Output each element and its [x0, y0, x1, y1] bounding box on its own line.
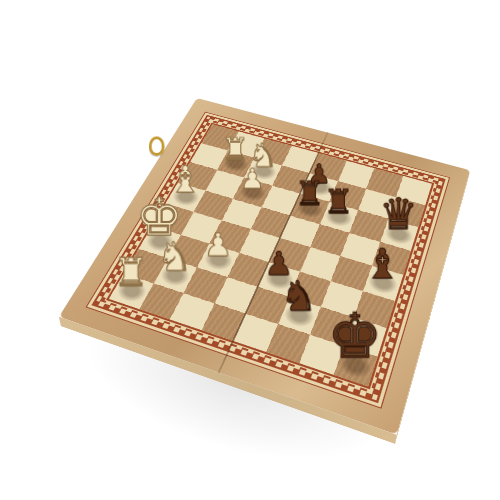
- playing-field: ♜♞♟♝♚♟♞♜♟♜♜♛♝♟♞♚: [109, 124, 432, 386]
- mosaic-border: ♜♞♟♝♚♟♞♜♟♜♜♛♝♟♞♚: [87, 113, 449, 408]
- piece-white-rook-a1: ♜: [113, 253, 148, 292]
- product-photo-canvas: ♜♞♟♝♚♟♞♜♟♜♜♛♝♟♞♚: [0, 0, 500, 500]
- piece-dark-king-h1: ♚: [328, 306, 383, 367]
- piece-dark-queen-h6: ♛: [380, 193, 418, 236]
- wood-frame: ♜♞♟♝♚♟♞♜♟♜♜♛♝♟♞♚: [59, 98, 470, 435]
- piece-dark-bishop-h4: ♝: [364, 243, 401, 284]
- piece-white-knight-b2: ♞: [157, 237, 192, 277]
- piece-dark-rook-f6: ♜: [324, 185, 354, 218]
- piece-white-pawn-c6: ♟: [240, 165, 265, 193]
- piece-dark-rook-e6: ♜: [295, 176, 325, 209]
- piece-white-rook-b7: ♜: [222, 134, 249, 164]
- scene: ♜♞♟♝♚♟♞♜♟♜♜♛♝♟♞♚: [0, 0, 500, 500]
- piece-dark-knight-f2: ♞: [281, 276, 318, 317]
- brass-clasp-hook-icon: [149, 137, 165, 156]
- piece-white-pawn-c3: ♟: [204, 229, 232, 261]
- chess-board: ♜♞♟♝♚♟♞♜♟♜♜♛♝♟♞♚: [59, 98, 470, 435]
